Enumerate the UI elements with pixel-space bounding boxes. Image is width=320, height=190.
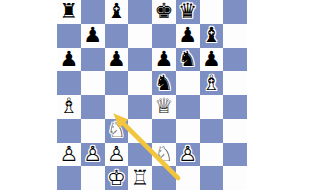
piece-outline-glyph: ♙: [176, 143, 200, 167]
square-c3[interactable]: ♞♘: [105, 119, 129, 143]
square-b5[interactable]: [81, 71, 105, 95]
square-a3[interactable]: [57, 119, 81, 143]
square-e2[interactable]: ♞♘: [152, 143, 176, 167]
piece-glyph: ♝: [105, 0, 129, 24]
square-a4[interactable]: ♝♗: [57, 95, 81, 119]
square-f8[interactable]: ♛: [176, 0, 200, 24]
square-h8[interactable]: [223, 0, 247, 24]
square-d4[interactable]: [128, 95, 152, 119]
square-c2[interactable]: ♟♙: [105, 143, 129, 167]
square-h7[interactable]: [223, 24, 247, 48]
square-h5[interactable]: [223, 71, 247, 95]
square-d5[interactable]: [128, 71, 152, 95]
piece-glyph: ♛: [176, 0, 200, 24]
square-d1[interactable]: ♜♖: [128, 166, 152, 190]
piece-glyph: ♟: [105, 48, 129, 72]
piece-outline-glyph: ♕: [152, 95, 176, 119]
piece-white-rook: ♜♖: [128, 166, 152, 190]
square-d8[interactable]: [128, 0, 152, 24]
piece-glyph: ♟: [152, 48, 176, 72]
square-d6[interactable]: [128, 48, 152, 72]
square-h4[interactable]: [223, 95, 247, 119]
piece-glyph: ♞: [176, 48, 200, 72]
piece-glyph: ♟: [176, 24, 200, 48]
piece-glyph: ♟: [200, 48, 224, 72]
square-g3[interactable]: [200, 119, 224, 143]
piece-black-pawn: ♟: [105, 48, 129, 72]
piece-black-knight: ♞: [152, 71, 176, 95]
piece-white-king: ♚♔: [105, 166, 129, 190]
square-a8[interactable]: ♜: [57, 0, 81, 24]
square-d2[interactable]: [128, 143, 152, 167]
square-g1[interactable]: [200, 166, 224, 190]
square-f6[interactable]: ♞: [176, 48, 200, 72]
piece-white-pawn: ♟♙: [105, 143, 129, 167]
square-h1[interactable]: [223, 166, 247, 190]
piece-glyph: ♟: [57, 48, 81, 72]
square-e4[interactable]: ♛♕: [152, 95, 176, 119]
square-h6[interactable]: [223, 48, 247, 72]
square-b4[interactable]: [81, 95, 105, 119]
square-g5[interactable]: ♝♗: [200, 71, 224, 95]
square-f1[interactable]: [176, 166, 200, 190]
piece-black-pawn: ♟: [176, 24, 200, 48]
piece-outline-glyph: ♖: [128, 166, 152, 190]
square-a2[interactable]: ♟♙: [57, 143, 81, 167]
square-e5[interactable]: ♞: [152, 71, 176, 95]
piece-black-pawn: ♟: [57, 48, 81, 72]
square-h3[interactable]: [223, 119, 247, 143]
piece-black-bishop: ♝: [105, 0, 129, 24]
piece-glyph: ♞: [152, 71, 176, 95]
piece-white-bishop: ♝♗: [57, 95, 81, 119]
piece-black-pawn: ♟: [152, 48, 176, 72]
square-f3[interactable]: [176, 119, 200, 143]
piece-black-pawn: ♟: [200, 48, 224, 72]
piece-white-pawn: ♟♙: [57, 143, 81, 167]
square-a6[interactable]: ♟: [57, 48, 81, 72]
square-b6[interactable]: [81, 48, 105, 72]
piece-outline-glyph: ♗: [57, 95, 81, 119]
square-b7[interactable]: ♟: [81, 24, 105, 48]
square-g4[interactable]: [200, 95, 224, 119]
chess-board: ♜♝♚♛♟♟♝♟♟♟♞♟♞♝♗♝♗♛♕♞♘♟♙♟♙♟♙♞♘♟♙♚♔♜♖: [57, 0, 247, 190]
piece-outline-glyph: ♙: [105, 143, 129, 167]
square-b3[interactable]: [81, 119, 105, 143]
square-c1[interactable]: ♚♔: [105, 166, 129, 190]
piece-black-knight: ♞: [176, 48, 200, 72]
square-b2[interactable]: ♟♙: [81, 143, 105, 167]
piece-glyph: ♚: [152, 0, 176, 24]
square-g6[interactable]: ♟: [200, 48, 224, 72]
square-f4[interactable]: [176, 95, 200, 119]
piece-glyph: ♝: [200, 24, 224, 48]
square-b8[interactable]: [81, 0, 105, 24]
piece-outline-glyph: ♘: [152, 143, 176, 167]
piece-white-knight: ♞♘: [105, 119, 129, 143]
square-c4[interactable]: [105, 95, 129, 119]
square-a5[interactable]: [57, 71, 81, 95]
square-g8[interactable]: [200, 0, 224, 24]
square-f5[interactable]: [176, 71, 200, 95]
piece-white-pawn: ♟♙: [81, 143, 105, 167]
piece-white-queen: ♛♕: [152, 95, 176, 119]
piece-outline-glyph: ♙: [57, 143, 81, 167]
square-e7[interactable]: [152, 24, 176, 48]
square-f2[interactable]: ♟♙: [176, 143, 200, 167]
piece-outline-glyph: ♔: [105, 166, 129, 190]
square-d7[interactable]: [128, 24, 152, 48]
square-e3[interactable]: [152, 119, 176, 143]
piece-outline-glyph: ♙: [81, 143, 105, 167]
piece-black-pawn: ♟: [81, 24, 105, 48]
square-a1[interactable]: [57, 166, 81, 190]
piece-outline-glyph: ♗: [200, 71, 224, 95]
square-c6[interactable]: ♟: [105, 48, 129, 72]
piece-black-bishop: ♝: [200, 24, 224, 48]
square-c5[interactable]: [105, 71, 129, 95]
square-h2[interactable]: [223, 143, 247, 167]
piece-glyph: ♟: [81, 24, 105, 48]
piece-black-king: ♚: [152, 0, 176, 24]
square-g2[interactable]: [200, 143, 224, 167]
square-g7[interactable]: ♝: [200, 24, 224, 48]
piece-glyph: ♜: [57, 0, 81, 24]
square-e1[interactable]: [152, 166, 176, 190]
square-e8[interactable]: ♚: [152, 0, 176, 24]
square-a7[interactable]: [57, 24, 81, 48]
square-e6[interactable]: ♟: [152, 48, 176, 72]
piece-black-rook: ♜: [57, 0, 81, 24]
square-c8[interactable]: ♝: [105, 0, 129, 24]
piece-black-queen: ♛: [176, 0, 200, 24]
square-d3[interactable]: [128, 119, 152, 143]
piece-outline-glyph: ♘: [105, 119, 129, 143]
piece-white-pawn: ♟♙: [176, 143, 200, 167]
piece-white-knight: ♞♘: [152, 143, 176, 167]
square-f7[interactable]: ♟: [176, 24, 200, 48]
piece-white-bishop: ♝♗: [200, 71, 224, 95]
square-b1[interactable]: [81, 166, 105, 190]
square-c7[interactable]: [105, 24, 129, 48]
